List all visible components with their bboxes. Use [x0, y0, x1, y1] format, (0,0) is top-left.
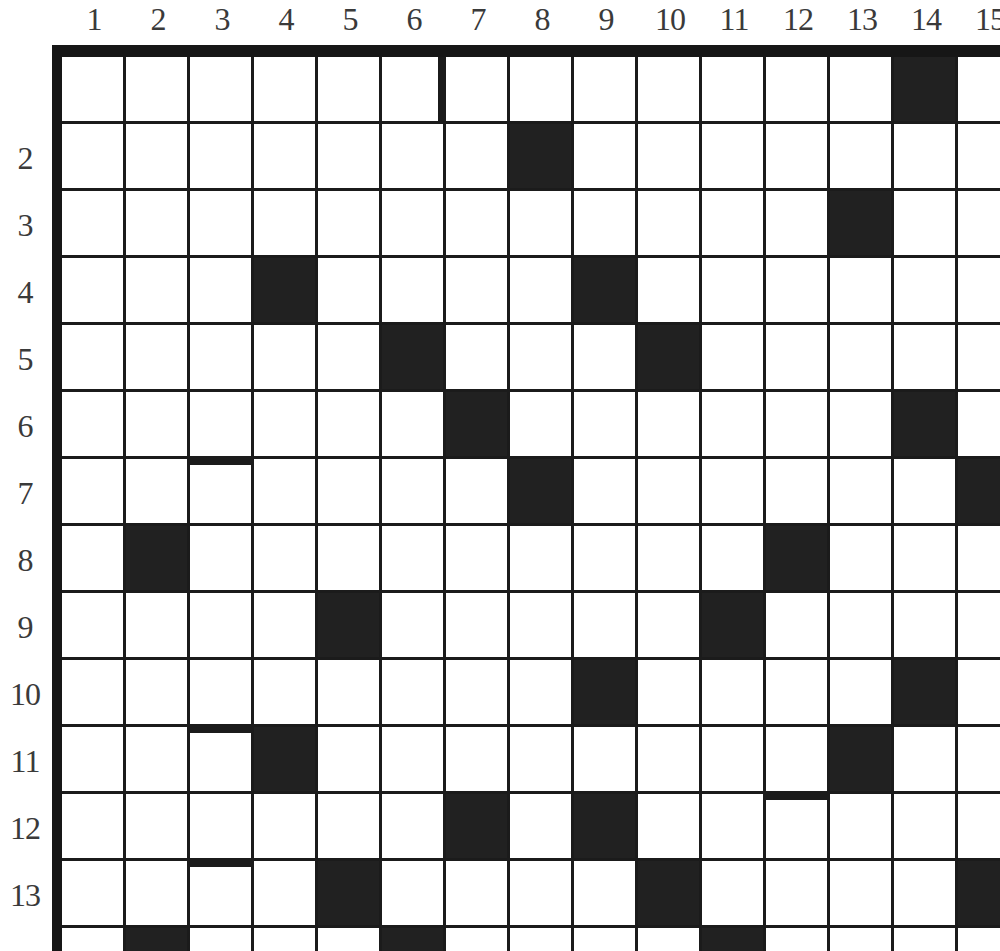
cell-r14c9[interactable] [574, 928, 638, 951]
cell-r14c6 [382, 928, 446, 951]
cell-r11c4 [254, 727, 318, 794]
cell-r14c2 [126, 928, 190, 951]
cell-r9c5 [318, 593, 382, 660]
cell-r5c1[interactable] [62, 325, 126, 392]
cell-r3c2[interactable] [126, 191, 190, 258]
cell-r7c10[interactable] [638, 459, 702, 526]
cell-r2c8 [510, 124, 574, 191]
cell-r5c7[interactable] [446, 325, 510, 392]
cell-r8c14[interactable] [894, 526, 958, 593]
cell-r1c15[interactable] [958, 57, 1000, 124]
cell-r14c4[interactable] [254, 928, 318, 951]
cell-r5c10 [638, 325, 702, 392]
cell-r6c6[interactable] [382, 392, 446, 459]
cell-r12c10[interactable] [638, 794, 702, 861]
cell-r9c8[interactable] [510, 593, 574, 660]
cell-r7c6[interactable] [382, 459, 446, 526]
cell-r9c10[interactable] [638, 593, 702, 660]
cell-r9c9[interactable] [574, 593, 638, 660]
cell-r14c7[interactable] [446, 928, 510, 951]
cell-r3c4[interactable] [254, 191, 318, 258]
col-label-11: 11 [720, 0, 749, 38]
cell-r11c9[interactable] [574, 727, 638, 794]
cell-r7c5[interactable] [318, 459, 382, 526]
cell-r9c3[interactable] [190, 593, 254, 660]
cell-r2c10[interactable] [638, 124, 702, 191]
cell-r7c13[interactable] [830, 459, 894, 526]
cell-r5c11[interactable] [702, 325, 766, 392]
cell-r11c10[interactable] [638, 727, 702, 794]
cell-r4c14[interactable] [894, 258, 958, 325]
cell-r6c15[interactable] [958, 392, 1000, 459]
cell-r12c6[interactable] [382, 794, 446, 861]
cell-r13c12[interactable] [766, 861, 830, 928]
cell-r2c13[interactable] [830, 124, 894, 191]
cell-r7c2[interactable] [126, 459, 190, 526]
cell-r13c1[interactable] [62, 861, 126, 928]
cell-r13c2[interactable] [126, 861, 190, 928]
cell-r6c1[interactable] [62, 392, 126, 459]
cell-r12c13[interactable] [830, 794, 894, 861]
cell-r5c5[interactable] [318, 325, 382, 392]
cell-r11c13 [830, 727, 894, 794]
row-label-13: 13 [2, 875, 48, 915]
cell-r8c3[interactable] [190, 526, 254, 593]
cell-r4c2[interactable] [126, 258, 190, 325]
cell-r13c14[interactable] [894, 861, 958, 928]
cell-r12c7 [446, 794, 510, 861]
cell-r2c14[interactable] [894, 124, 958, 191]
cell-r9c13[interactable] [830, 593, 894, 660]
cell-r3c14[interactable] [894, 191, 958, 258]
col-label-4: 4 [279, 0, 294, 38]
cell-r4c1[interactable] [62, 258, 126, 325]
cell-r7c1[interactable] [62, 459, 126, 526]
cell-r5c8[interactable] [510, 325, 574, 392]
cell-r6c2[interactable] [126, 392, 190, 459]
cell-r9c14[interactable] [894, 593, 958, 660]
cell-r7c12[interactable] [766, 459, 830, 526]
cell-r12c5[interactable] [318, 794, 382, 861]
row-label-4: 4 [2, 272, 48, 312]
cell-r14c1[interactable] [62, 928, 126, 951]
cell-r10c3[interactable] [190, 660, 254, 727]
cell-r13c15 [958, 861, 1000, 928]
cell-r5c2[interactable] [126, 325, 190, 392]
cell-r12c3[interactable] [190, 794, 254, 861]
row-label-7: 7 [2, 473, 48, 513]
cell-r4c11[interactable] [702, 258, 766, 325]
cell-r9c1[interactable] [62, 593, 126, 660]
cell-r14c13[interactable] [830, 928, 894, 951]
cell-r13c11[interactable] [702, 861, 766, 928]
cell-r5c4[interactable] [254, 325, 318, 392]
cell-r8c8[interactable] [510, 526, 574, 593]
cell-r5c15[interactable] [958, 325, 1000, 392]
cell-r6c12[interactable] [766, 392, 830, 459]
cell-r10c2[interactable] [126, 660, 190, 727]
cell-r9c15[interactable] [958, 593, 1000, 660]
col-label-8: 8 [535, 0, 550, 38]
row-label-12: 12 [2, 808, 48, 848]
cell-r8c2 [126, 526, 190, 593]
cell-r6c13[interactable] [830, 392, 894, 459]
cell-r7c14[interactable] [894, 459, 958, 526]
cell-r1c2[interactable] [126, 57, 190, 124]
cell-r4c3[interactable] [190, 258, 254, 325]
cell-r4c8[interactable] [510, 258, 574, 325]
cell-r3c7[interactable] [446, 191, 510, 258]
cell-r13c4[interactable] [254, 861, 318, 928]
cell-r3c3[interactable] [190, 191, 254, 258]
col-label-10: 10 [655, 0, 685, 38]
cell-r2c9[interactable] [574, 124, 638, 191]
crossword-board [52, 45, 1000, 951]
col-label-14: 14 [911, 0, 941, 38]
col-label-15: 15 [975, 0, 1000, 38]
cell-r4c10[interactable] [638, 258, 702, 325]
col-label-6: 6 [407, 0, 422, 38]
cell-r12c9 [574, 794, 638, 861]
cell-r13c8[interactable] [510, 861, 574, 928]
cell-r11c1[interactable] [62, 727, 126, 794]
cell-r14c10[interactable] [638, 928, 702, 951]
cell-r6c5[interactable] [318, 392, 382, 459]
cell-r4c7[interactable] [446, 258, 510, 325]
cell-r1c3[interactable] [190, 57, 254, 124]
cell-r1c14 [894, 57, 958, 124]
cell-r3c8[interactable] [510, 191, 574, 258]
cell-r10c1[interactable] [62, 660, 126, 727]
cell-r9c6[interactable] [382, 593, 446, 660]
cell-r8c5[interactable] [318, 526, 382, 593]
col-label-13: 13 [847, 0, 877, 38]
cell-r11c3[interactable] [190, 727, 254, 794]
cell-r7c4[interactable] [254, 459, 318, 526]
cell-r11c5[interactable] [318, 727, 382, 794]
cell-r10c7[interactable] [446, 660, 510, 727]
cell-r4c13[interactable] [830, 258, 894, 325]
cell-r2c2[interactable] [126, 124, 190, 191]
cell-r11c8[interactable] [510, 727, 574, 794]
cell-r12c8[interactable] [510, 794, 574, 861]
cell-r11c6[interactable] [382, 727, 446, 794]
cell-r2c5[interactable] [318, 124, 382, 191]
cell-r9c11 [702, 593, 766, 660]
row-label-6: 6 [2, 406, 48, 446]
cell-r1c11[interactable] [702, 57, 766, 124]
cell-r4c4 [254, 258, 318, 325]
cell-r10c11[interactable] [702, 660, 766, 727]
cell-r9c7[interactable] [446, 593, 510, 660]
cell-r14c15[interactable] [958, 928, 1000, 951]
cell-r8c11[interactable] [702, 526, 766, 593]
cell-r13c13[interactable] [830, 861, 894, 928]
cell-r8c15[interactable] [958, 526, 1000, 593]
col-label-5: 5 [343, 0, 358, 38]
cell-r1c1[interactable] [62, 57, 126, 124]
cell-r14c14[interactable] [894, 928, 958, 951]
cell-r13c9[interactable] [574, 861, 638, 928]
cell-r12c1[interactable] [62, 794, 126, 861]
cell-r1c10[interactable] [638, 57, 702, 124]
cell-r10c12[interactable] [766, 660, 830, 727]
cell-r11c12[interactable] [766, 727, 830, 794]
cell-r14c12[interactable] [766, 928, 830, 951]
cell-r1c7[interactable] [446, 57, 510, 124]
cell-r12c14[interactable] [894, 794, 958, 861]
cell-r1c8[interactable] [510, 57, 574, 124]
col-label-7: 7 [471, 0, 486, 38]
cell-r8c6[interactable] [382, 526, 446, 593]
cell-r3c12[interactable] [766, 191, 830, 258]
col-label-2: 2 [151, 0, 166, 38]
col-label-12: 12 [783, 0, 813, 38]
cell-r14c3[interactable] [190, 928, 254, 951]
cell-r11c11[interactable] [702, 727, 766, 794]
cell-r5c12[interactable] [766, 325, 830, 392]
cell-r13c7[interactable] [446, 861, 510, 928]
col-label-3: 3 [215, 0, 230, 38]
cell-r10c13[interactable] [830, 660, 894, 727]
row-label-9: 9 [2, 607, 48, 647]
cell-r14c5[interactable] [318, 928, 382, 951]
cell-r5c14[interactable] [894, 325, 958, 392]
cell-r1c5[interactable] [318, 57, 382, 124]
cell-r1c4[interactable] [254, 57, 318, 124]
cell-r6c8[interactable] [510, 392, 574, 459]
cell-r1c13[interactable] [830, 57, 894, 124]
cell-r3c13 [830, 191, 894, 258]
cell-r2c6[interactable] [382, 124, 446, 191]
row-label-8: 8 [2, 540, 48, 580]
cell-r13c10 [638, 861, 702, 928]
cell-r8c13[interactable] [830, 526, 894, 593]
row-label-2: 2 [2, 138, 48, 178]
cell-r8c9[interactable] [574, 526, 638, 593]
cell-r6c4[interactable] [254, 392, 318, 459]
cell-r11c15[interactable] [958, 727, 1000, 794]
cell-r3c5[interactable] [318, 191, 382, 258]
cell-r12c4[interactable] [254, 794, 318, 861]
cell-r4c9 [574, 258, 638, 325]
col-label-9: 9 [599, 0, 614, 38]
cell-r3c10[interactable] [638, 191, 702, 258]
cell-r3c6[interactable] [382, 191, 446, 258]
cell-r14c8[interactable] [510, 928, 574, 951]
cell-r5c13[interactable] [830, 325, 894, 392]
row-label-11: 11 [2, 741, 48, 781]
cell-r1c9[interactable] [574, 57, 638, 124]
cell-r4c12[interactable] [766, 258, 830, 325]
cell-r10c14 [894, 660, 958, 727]
cell-r4c6[interactable] [382, 258, 446, 325]
col-label-1: 1 [87, 0, 102, 38]
cell-r1c6[interactable] [382, 57, 446, 124]
cell-r9c2[interactable] [126, 593, 190, 660]
cell-r2c7[interactable] [446, 124, 510, 191]
cell-r7c11[interactable] [702, 459, 766, 526]
cell-r8c7[interactable] [446, 526, 510, 593]
cell-r8c4[interactable] [254, 526, 318, 593]
cell-r3c15[interactable] [958, 191, 1000, 258]
cell-r2c15[interactable] [958, 124, 1000, 191]
cell-r5c9[interactable] [574, 325, 638, 392]
puzzle-page: 123456789101112131415 2345678910111213 [0, 0, 1000, 951]
cell-r5c3[interactable] [190, 325, 254, 392]
cell-r13c5 [318, 861, 382, 928]
cell-r10c9 [574, 660, 638, 727]
cell-r14c11 [702, 928, 766, 951]
cell-r9c4[interactable] [254, 593, 318, 660]
cell-r4c5[interactable] [318, 258, 382, 325]
cell-r8c12 [766, 526, 830, 593]
cell-r1c12[interactable] [766, 57, 830, 124]
cell-r2c4[interactable] [254, 124, 318, 191]
cell-r2c3[interactable] [190, 124, 254, 191]
cell-r10c6[interactable] [382, 660, 446, 727]
cell-r12c12[interactable] [766, 794, 830, 861]
cell-r2c1[interactable] [62, 124, 126, 191]
cell-r12c11[interactable] [702, 794, 766, 861]
cell-r7c9[interactable] [574, 459, 638, 526]
row-label-10: 10 [2, 674, 48, 714]
cell-r9c12[interactable] [766, 593, 830, 660]
cell-r3c1[interactable] [62, 191, 126, 258]
cell-r2c12[interactable] [766, 124, 830, 191]
cell-r12c15[interactable] [958, 794, 1000, 861]
cell-r11c2[interactable] [126, 727, 190, 794]
cell-r10c15[interactable] [958, 660, 1000, 727]
cell-r5c6 [382, 325, 446, 392]
cell-r3c9[interactable] [574, 191, 638, 258]
cell-r13c6[interactable] [382, 861, 446, 928]
cell-r8c10[interactable] [638, 526, 702, 593]
cell-r10c4[interactable] [254, 660, 318, 727]
cell-r7c3[interactable] [190, 459, 254, 526]
cell-r7c7[interactable] [446, 459, 510, 526]
row-label-3: 3 [2, 205, 48, 245]
cell-r6c11[interactable] [702, 392, 766, 459]
cell-r11c7[interactable] [446, 727, 510, 794]
cell-r6c10[interactable] [638, 392, 702, 459]
cell-r4c15[interactable] [958, 258, 1000, 325]
cell-r3c11[interactable] [702, 191, 766, 258]
cell-r10c5[interactable] [318, 660, 382, 727]
cell-r7c15 [958, 459, 1000, 526]
cell-r6c14 [894, 392, 958, 459]
row-label-5: 5 [2, 339, 48, 379]
cell-r8c1[interactable] [62, 526, 126, 593]
cell-r7c8 [510, 459, 574, 526]
cell-r6c3[interactable] [190, 392, 254, 459]
cell-r12c2[interactable] [126, 794, 190, 861]
cell-r2c11[interactable] [702, 124, 766, 191]
cell-r10c10[interactable] [638, 660, 702, 727]
cell-r6c7 [446, 392, 510, 459]
cell-r11c14[interactable] [894, 727, 958, 794]
cell-r13c3[interactable] [190, 861, 254, 928]
cell-r10c8[interactable] [510, 660, 574, 727]
cell-r6c9[interactable] [574, 392, 638, 459]
